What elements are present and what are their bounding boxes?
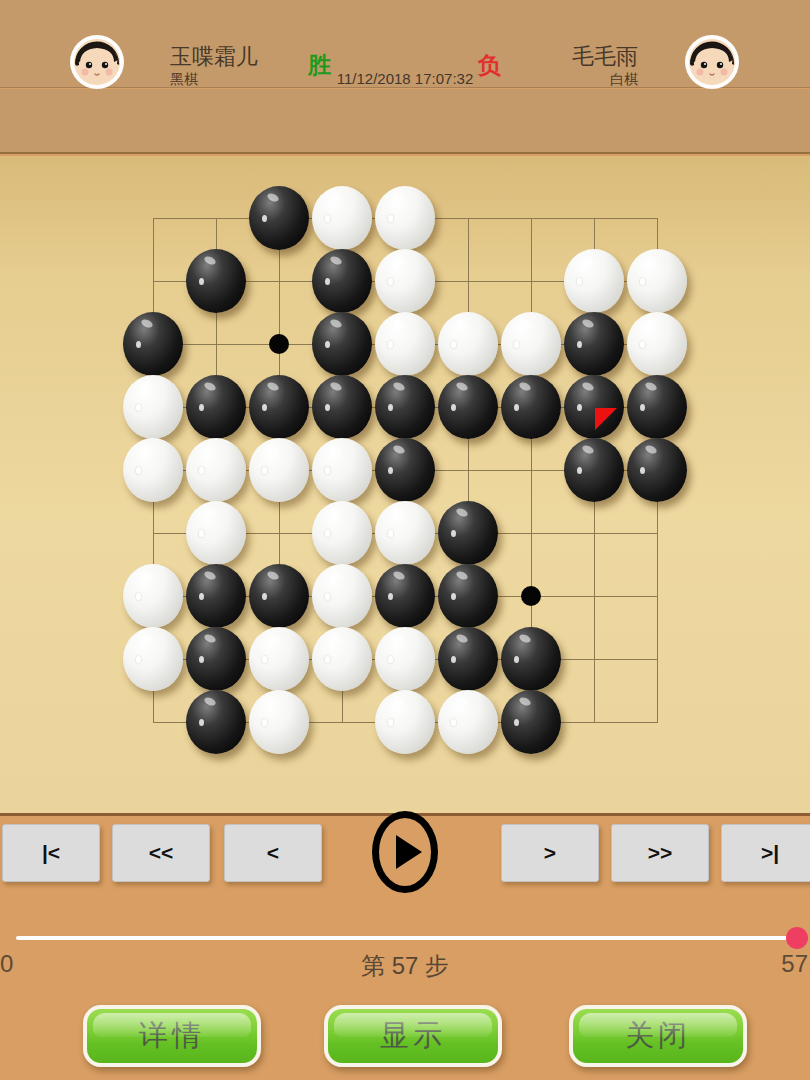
stone-black: ● (501, 627, 561, 691)
playback-controls: |< << < > >> >| (0, 813, 810, 900)
white-player-name: 毛毛雨 (572, 42, 638, 72)
star-point (269, 334, 289, 354)
stone-black: ● (501, 375, 561, 439)
stone-white: ○ (186, 501, 246, 565)
stone-black: ● (564, 438, 624, 502)
stone-white: ○ (312, 564, 372, 628)
stone-white: ○ (249, 438, 309, 502)
stone-white: ○ (375, 501, 435, 565)
seek-track[interactable] (16, 936, 797, 940)
show-button[interactable]: 显示 (324, 1005, 502, 1067)
stone-black: ● (186, 690, 246, 754)
stone-black: ● (564, 375, 624, 439)
header: 玉喋霜儿 黑棋 胜 负 11/12/2018 17:07:32 毛毛雨 白棋 (0, 0, 810, 88)
stone-white: ○ (123, 627, 183, 691)
stone-white: ○ (375, 627, 435, 691)
last-move-button[interactable]: >| (721, 824, 810, 882)
stone-white: ○ (312, 438, 372, 502)
stone-white: ○ (375, 312, 435, 376)
stone-white: ○ (375, 249, 435, 313)
stone-white: ○ (627, 249, 687, 313)
stone-white: ○ (438, 690, 498, 754)
stone-white: ○ (186, 438, 246, 502)
stone-white: ○ (375, 690, 435, 754)
fast-backward-button[interactable]: << (112, 824, 210, 882)
stone-black: ● (123, 312, 183, 376)
stone-black: ● (186, 627, 246, 691)
stone-black: ● (627, 438, 687, 502)
stone-white: ○ (123, 375, 183, 439)
details-button[interactable]: 详情 (83, 1005, 261, 1067)
stone-black: ● (249, 564, 309, 628)
seek-max-label: 57 (781, 950, 808, 978)
seek-knob[interactable] (786, 927, 808, 949)
last-move-marker (594, 407, 618, 431)
stone-white: ○ (249, 690, 309, 754)
stone-black: ● (438, 627, 498, 691)
stone-white: ○ (564, 249, 624, 313)
stone-white: ○ (312, 627, 372, 691)
stone-black: ● (438, 564, 498, 628)
stone-white: ○ (123, 564, 183, 628)
stone-white: ○ (249, 627, 309, 691)
stone-white: ○ (375, 186, 435, 250)
stone-black: ● (627, 375, 687, 439)
close-button[interactable]: 关闭 (569, 1005, 747, 1067)
stone-white: ○ (438, 312, 498, 376)
play-button[interactable] (372, 811, 438, 893)
stone-black: ● (312, 375, 372, 439)
stone-black: ● (375, 564, 435, 628)
seek-section: 0 第 57 步 57 (0, 900, 810, 985)
step-forward-button[interactable]: > (501, 824, 599, 882)
stone-black: ● (501, 690, 561, 754)
white-player-avatar (684, 34, 740, 90)
stone-black: ● (312, 249, 372, 313)
white-player-side-label: 白棋 (610, 71, 638, 89)
header-lower-band (0, 89, 810, 154)
stone-white: ○ (123, 438, 183, 502)
play-icon (396, 835, 422, 869)
app-screen: 玉喋霜儿 黑棋 胜 负 11/12/2018 17:07:32 毛毛雨 白棋 ●… (0, 0, 810, 1080)
stone-black: ● (186, 564, 246, 628)
first-move-button[interactable]: |< (2, 824, 100, 882)
black-player-name: 玉喋霜儿 (170, 42, 258, 72)
stone-white: ○ (501, 312, 561, 376)
stone-white: ○ (627, 312, 687, 376)
action-bar: 详情 显示 关闭 (0, 985, 810, 1080)
stone-black: ● (438, 501, 498, 565)
stone-black: ● (375, 438, 435, 502)
go-board: ●○○●●○○○●●○○○●○○●●●●●●●●○○○○●●●○○○●○●●○●… (153, 218, 658, 723)
stone-black: ● (249, 186, 309, 250)
move-counter: 第 57 步 (0, 950, 810, 982)
stone-black: ● (312, 312, 372, 376)
stone-white: ○ (312, 501, 372, 565)
fast-forward-button[interactable]: >> (611, 824, 709, 882)
stone-black: ● (375, 375, 435, 439)
stone-black: ● (564, 312, 624, 376)
board-area: ●○○●●○○○●●○○○●○○●●●●●●●●○○○○●●●○○○●○●●○●… (0, 156, 810, 813)
stone-black: ● (186, 249, 246, 313)
stone-black: ● (186, 375, 246, 439)
stone-black: ● (438, 375, 498, 439)
star-point (521, 586, 541, 606)
step-back-button[interactable]: < (224, 824, 322, 882)
stone-black: ● (249, 375, 309, 439)
stone-white: ○ (312, 186, 372, 250)
